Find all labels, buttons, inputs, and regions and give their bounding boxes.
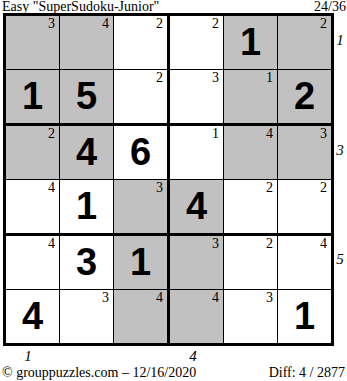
pencil-mark: 2 <box>156 16 163 32</box>
row-label-3: 3 <box>334 142 346 158</box>
cell-r6c5[interactable]: 3 <box>224 290 278 343</box>
puzzle-page: Easy "SuperSudoku-Junior" 24/36 34221215… <box>0 0 347 381</box>
cell-r2c4[interactable]: 3 <box>170 70 224 126</box>
cell-r6c4[interactable]: 4 <box>170 290 224 343</box>
pencil-mark: 2 <box>320 180 327 196</box>
cell-r4c5[interactable]: 2 <box>224 180 278 236</box>
cell-r3c3[interactable]: 6 <box>114 126 170 180</box>
cell-r4c2[interactable]: 1 <box>60 180 114 236</box>
pencil-mark: 2 <box>212 16 219 32</box>
given-digit: 1 <box>224 16 277 69</box>
col-label-1: 1 <box>21 348 35 364</box>
cell-r4c1[interactable]: 4 <box>6 180 60 236</box>
pencil-mark: 3 <box>266 290 273 306</box>
given-digit: 1 <box>6 70 59 123</box>
pencil-mark: 2 <box>156 70 163 86</box>
given-digit: 4 <box>6 290 59 343</box>
pencil-mark: 4 <box>48 180 55 196</box>
cell-r4c6[interactable]: 2 <box>278 180 331 236</box>
given-digit: 1 <box>60 180 113 233</box>
puzzle-title: Easy "SuperSudoku-Junior" <box>2 0 159 13</box>
cell-r1c6[interactable]: 2 <box>278 16 331 70</box>
copyright-text: © grouppuzzles.com – 12/16/2020 <box>2 366 196 380</box>
pencil-mark: 4 <box>48 236 55 252</box>
cell-r5c4[interactable]: 3 <box>170 236 224 290</box>
cell-r1c4[interactable]: 2 <box>170 16 224 70</box>
cell-r6c2[interactable]: 3 <box>60 290 114 343</box>
pencil-mark: 1 <box>266 70 273 86</box>
cell-r2c5[interactable]: 1 <box>224 70 278 126</box>
row-label-1: 1 <box>334 32 346 48</box>
cell-r6c3[interactable]: 4 <box>114 290 170 343</box>
pencil-mark: 1 <box>212 126 219 142</box>
cell-r3c2[interactable]: 4 <box>60 126 114 180</box>
footer: © grouppuzzles.com – 12/16/2020 Diff: 4 … <box>2 366 345 380</box>
difficulty-text: Diff: 4 / 2877 <box>269 366 345 380</box>
cell-r1c1[interactable]: 3 <box>6 16 60 70</box>
pencil-mark: 3 <box>48 16 55 32</box>
given-digit: 6 <box>114 126 167 179</box>
cell-r6c6[interactable]: 1 <box>278 290 331 343</box>
cell-r5c3[interactable]: 1 <box>114 236 170 290</box>
cell-r6c1[interactable]: 4 <box>6 290 60 343</box>
pencil-mark: 3 <box>212 236 219 252</box>
cell-r3c6[interactable]: 3 <box>278 126 331 180</box>
pencil-mark: 4 <box>212 290 219 306</box>
sudoku-board: 342212152312246143413422431324434431 <box>3 13 334 346</box>
given-digit: 5 <box>60 70 113 123</box>
pencil-mark: 4 <box>156 290 163 306</box>
given-digit: 4 <box>60 126 113 179</box>
cell-r3c4[interactable]: 1 <box>170 126 224 180</box>
header: Easy "SuperSudoku-Junior" 24/36 <box>2 0 346 13</box>
cell-r4c3[interactable]: 3 <box>114 180 170 236</box>
pencil-mark: 3 <box>156 180 163 196</box>
cell-r5c1[interactable]: 4 <box>6 236 60 290</box>
pencil-mark: 3 <box>102 290 109 306</box>
pencil-mark: 2 <box>266 236 273 252</box>
cell-r2c3[interactable]: 2 <box>114 70 170 126</box>
cell-r5c2[interactable]: 3 <box>60 236 114 290</box>
pencil-mark: 2 <box>48 126 55 142</box>
given-digit: 1 <box>114 236 167 289</box>
cell-r2c2[interactable]: 5 <box>60 70 114 126</box>
cell-r3c5[interactable]: 4 <box>224 126 278 180</box>
cell-r1c5[interactable]: 1 <box>224 16 278 70</box>
cell-r1c3[interactable]: 2 <box>114 16 170 70</box>
cell-r4c4[interactable]: 4 <box>170 180 224 236</box>
puzzle-counter: 24/36 <box>314 0 346 13</box>
pencil-mark: 3 <box>212 70 219 86</box>
cell-r5c5[interactable]: 2 <box>224 236 278 290</box>
col-label-4: 4 <box>186 348 200 364</box>
cell-r3c1[interactable]: 2 <box>6 126 60 180</box>
given-digit: 4 <box>170 180 223 233</box>
cell-r2c6[interactable]: 2 <box>278 70 331 126</box>
pencil-mark: 2 <box>266 180 273 196</box>
cell-r5c6[interactable]: 4 <box>278 236 331 290</box>
cell-r1c2[interactable]: 4 <box>60 16 114 70</box>
pencil-mark: 4 <box>266 126 273 142</box>
pencil-mark: 3 <box>320 126 327 142</box>
pencil-mark: 2 <box>320 16 327 32</box>
pencil-mark: 4 <box>102 16 109 32</box>
cell-r2c1[interactable]: 1 <box>6 70 60 126</box>
given-digit: 2 <box>278 70 331 123</box>
row-label-5: 5 <box>334 251 346 267</box>
given-digit: 3 <box>60 236 113 289</box>
given-digit: 1 <box>278 290 331 343</box>
pencil-mark: 4 <box>320 236 327 252</box>
